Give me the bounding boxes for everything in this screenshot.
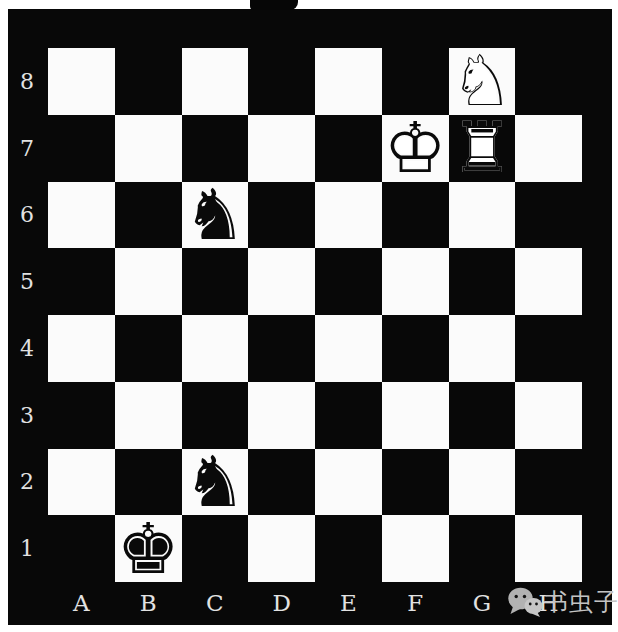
square-g5[interactable]: [449, 248, 516, 315]
piece-outline-glyph: ♘: [449, 48, 516, 115]
square-h3[interactable]: [515, 382, 582, 449]
square-h4[interactable]: [515, 315, 582, 382]
square-f1[interactable]: [382, 515, 449, 582]
file-labels: ABCDEFGH: [48, 583, 582, 623]
square-g4[interactable]: [449, 315, 516, 382]
scan-artifact: [250, 0, 298, 10]
square-d2[interactable]: [248, 449, 315, 516]
piece-white-king[interactable]: ♚♔: [382, 115, 449, 182]
piece-black-king[interactable]: ♚: [115, 515, 182, 582]
square-f5[interactable]: [382, 248, 449, 315]
square-d3[interactable]: [248, 382, 315, 449]
square-b6[interactable]: [115, 182, 182, 249]
piece-outline-glyph: ♖: [449, 115, 516, 182]
square-d5[interactable]: [248, 248, 315, 315]
square-a7[interactable]: [48, 115, 115, 182]
watermark-text: 书虫子: [544, 586, 618, 618]
square-e8[interactable]: [315, 48, 382, 115]
square-d8[interactable]: [248, 48, 315, 115]
square-a6[interactable]: [48, 182, 115, 249]
piece-black-knight[interactable]: ♞: [182, 182, 249, 249]
square-g8[interactable]: ♞♘: [449, 48, 516, 115]
square-a4[interactable]: [48, 315, 115, 382]
file-label-e: E: [315, 583, 382, 623]
square-c2[interactable]: ♞: [182, 449, 249, 516]
rank-label-5: 5: [8, 248, 46, 315]
square-c5[interactable]: [182, 248, 249, 315]
square-c3[interactable]: [182, 382, 249, 449]
square-e3[interactable]: [315, 382, 382, 449]
square-e1[interactable]: [315, 515, 382, 582]
rank-label-4: 4: [8, 315, 46, 382]
square-h1[interactable]: [515, 515, 582, 582]
piece-fill-glyph: ♜: [449, 115, 516, 182]
square-a1[interactable]: [48, 515, 115, 582]
square-a8[interactable]: [48, 48, 115, 115]
square-e2[interactable]: [315, 449, 382, 516]
square-g1[interactable]: [449, 515, 516, 582]
file-label-a: A: [48, 583, 115, 623]
piece-fill-glyph: ♞: [182, 182, 249, 249]
square-e5[interactable]: [315, 248, 382, 315]
square-b2[interactable]: [115, 449, 182, 516]
square-f3[interactable]: [382, 382, 449, 449]
square-g2[interactable]: [449, 449, 516, 516]
chess-diagram-page: 87654321 ♞♘♚♔♜♖♞♞♚ ABCDEFGH 书虫子: [0, 0, 618, 632]
piece-fill-glyph: ♞: [449, 48, 516, 115]
rank-label-3: 3: [8, 382, 46, 449]
square-h8[interactable]: [515, 48, 582, 115]
rank-labels: 87654321: [8, 48, 46, 582]
file-label-g: G: [449, 583, 516, 623]
square-c4[interactable]: [182, 315, 249, 382]
file-label-b: B: [115, 583, 182, 623]
square-a5[interactable]: [48, 248, 115, 315]
square-a2[interactable]: [48, 449, 115, 516]
chess-board[interactable]: ♞♘♚♔♜♖♞♞♚: [48, 48, 582, 582]
square-b3[interactable]: [115, 382, 182, 449]
square-h2[interactable]: [515, 449, 582, 516]
rank-label-2: 2: [8, 449, 46, 516]
wechat-icon: [507, 586, 543, 618]
square-g6[interactable]: [449, 182, 516, 249]
square-d7[interactable]: [248, 115, 315, 182]
square-d4[interactable]: [248, 315, 315, 382]
square-h5[interactable]: [515, 248, 582, 315]
square-f6[interactable]: [382, 182, 449, 249]
piece-fill-glyph: ♞: [182, 449, 249, 516]
piece-fill-glyph: ♚: [115, 515, 182, 582]
square-f8[interactable]: [382, 48, 449, 115]
rank-label-7: 7: [8, 115, 46, 182]
square-e6[interactable]: [315, 182, 382, 249]
square-b8[interactable]: [115, 48, 182, 115]
square-c7[interactable]: [182, 115, 249, 182]
watermark: 书虫子: [507, 585, 618, 619]
square-h7[interactable]: [515, 115, 582, 182]
rank-label-6: 6: [8, 182, 46, 249]
square-e4[interactable]: [315, 315, 382, 382]
piece-outline-glyph: ♔: [382, 115, 449, 182]
square-f7[interactable]: ♚♔: [382, 115, 449, 182]
square-g3[interactable]: [449, 382, 516, 449]
square-g7[interactable]: ♜♖: [449, 115, 516, 182]
file-label-c: C: [182, 583, 249, 623]
square-c6[interactable]: ♞: [182, 182, 249, 249]
square-d1[interactable]: [248, 515, 315, 582]
square-d6[interactable]: [248, 182, 315, 249]
file-label-f: F: [382, 583, 449, 623]
square-h6[interactable]: [515, 182, 582, 249]
piece-white-rook[interactable]: ♜♖: [449, 115, 516, 182]
square-b4[interactable]: [115, 315, 182, 382]
rank-label-1: 1: [8, 515, 46, 582]
piece-black-knight[interactable]: ♞: [182, 449, 249, 516]
square-f4[interactable]: [382, 315, 449, 382]
square-b1[interactable]: ♚: [115, 515, 182, 582]
rank-label-8: 8: [8, 48, 46, 115]
square-c1[interactable]: [182, 515, 249, 582]
square-b5[interactable]: [115, 248, 182, 315]
square-c8[interactable]: [182, 48, 249, 115]
piece-fill-glyph: ♚: [382, 115, 449, 182]
square-a3[interactable]: [48, 382, 115, 449]
piece-white-knight[interactable]: ♞♘: [449, 48, 516, 115]
file-label-d: D: [248, 583, 315, 623]
square-f2[interactable]: [382, 449, 449, 516]
square-e7[interactable]: [315, 115, 382, 182]
square-b7[interactable]: [115, 115, 182, 182]
